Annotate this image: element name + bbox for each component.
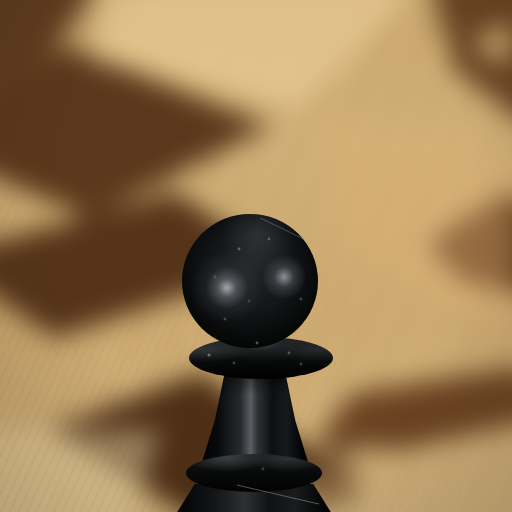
pawn-head <box>182 214 318 348</box>
pawn-stem <box>202 370 308 462</box>
dust-speckles <box>0 0 2 2</box>
chessboard-macro-photo <box>0 0 512 512</box>
black-pawn[interactable] <box>0 0 512 512</box>
pawn-base-ring <box>186 454 322 492</box>
